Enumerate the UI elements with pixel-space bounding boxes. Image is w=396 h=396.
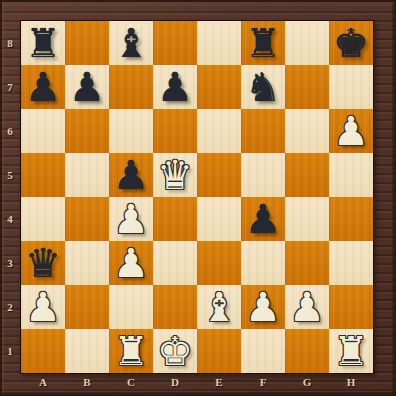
square-f5[interactable] (241, 153, 285, 197)
square-c7[interactable] (109, 65, 153, 109)
piece-black-pawn[interactable]: ♟ (109, 153, 153, 197)
piece-white-queen[interactable]: ♛ (153, 153, 197, 197)
file-label-h: H (329, 373, 373, 395)
square-d6[interactable] (153, 109, 197, 153)
piece-white-rook[interactable]: ♜ (329, 329, 373, 373)
square-d2[interactable] (153, 285, 197, 329)
piece-white-pawn[interactable]: ♟ (21, 285, 65, 329)
square-g7[interactable] (285, 65, 329, 109)
square-h3[interactable] (329, 241, 373, 285)
square-g8[interactable] (285, 21, 329, 65)
square-e5[interactable] (197, 153, 241, 197)
rank-label-4: 4 (0, 197, 20, 241)
square-c6[interactable] (109, 109, 153, 153)
file-label-b: B (65, 373, 109, 395)
piece-black-pawn[interactable]: ♟ (21, 65, 65, 109)
square-d4[interactable] (153, 197, 197, 241)
square-g3[interactable] (285, 241, 329, 285)
rank-label-8: 8 (0, 21, 20, 65)
square-f3[interactable] (241, 241, 285, 285)
square-f7[interactable]: ♞ (241, 65, 285, 109)
piece-black-pawn[interactable]: ♟ (153, 65, 197, 109)
square-c2[interactable] (109, 285, 153, 329)
square-g4[interactable] (285, 197, 329, 241)
rank-labels: 87654321 (0, 21, 20, 373)
square-f8[interactable]: ♜ (241, 21, 285, 65)
square-f1[interactable] (241, 329, 285, 373)
rank-label-2: 2 (0, 285, 20, 329)
square-c3[interactable]: ♟ (109, 241, 153, 285)
square-e7[interactable] (197, 65, 241, 109)
chess-board[interactable]: ♜♝♜♚♟♟♟♞♟♟♛♟♟♛♟♟♝♟♟♜♚♜ (20, 20, 374, 374)
square-b5[interactable] (65, 153, 109, 197)
square-g6[interactable] (285, 109, 329, 153)
square-d8[interactable] (153, 21, 197, 65)
rank-label-5: 5 (0, 153, 20, 197)
square-a4[interactable] (21, 197, 65, 241)
square-e2[interactable]: ♝ (197, 285, 241, 329)
square-e1[interactable] (197, 329, 241, 373)
piece-white-pawn[interactable]: ♟ (109, 241, 153, 285)
file-labels: ABCDEFGH (21, 373, 373, 395)
square-e6[interactable] (197, 109, 241, 153)
square-b1[interactable] (65, 329, 109, 373)
piece-white-king[interactable]: ♚ (153, 329, 197, 373)
square-a2[interactable]: ♟ (21, 285, 65, 329)
square-a8[interactable]: ♜ (21, 21, 65, 65)
file-label-g: G (285, 373, 329, 395)
file-label-a: A (21, 373, 65, 395)
piece-black-rook[interactable]: ♜ (21, 21, 65, 65)
square-h7[interactable] (329, 65, 373, 109)
piece-white-pawn[interactable]: ♟ (329, 109, 373, 153)
square-a1[interactable] (21, 329, 65, 373)
piece-white-pawn[interactable]: ♟ (241, 285, 285, 329)
square-d1[interactable]: ♚ (153, 329, 197, 373)
square-h2[interactable] (329, 285, 373, 329)
piece-black-bishop[interactable]: ♝ (109, 21, 153, 65)
square-b2[interactable] (65, 285, 109, 329)
piece-white-rook[interactable]: ♜ (109, 329, 153, 373)
square-b4[interactable] (65, 197, 109, 241)
piece-white-pawn[interactable]: ♟ (109, 197, 153, 241)
square-a3[interactable]: ♛ (21, 241, 65, 285)
square-h5[interactable] (329, 153, 373, 197)
square-c5[interactable]: ♟ (109, 153, 153, 197)
square-e8[interactable] (197, 21, 241, 65)
square-c4[interactable]: ♟ (109, 197, 153, 241)
file-label-f: F (241, 373, 285, 395)
file-label-d: D (153, 373, 197, 395)
piece-black-knight[interactable]: ♞ (241, 65, 285, 109)
square-b7[interactable]: ♟ (65, 65, 109, 109)
piece-black-queen[interactable]: ♛ (21, 241, 65, 285)
square-e3[interactable] (197, 241, 241, 285)
rank-label-1: 1 (0, 329, 20, 373)
square-g2[interactable]: ♟ (285, 285, 329, 329)
piece-white-pawn[interactable]: ♟ (285, 285, 329, 329)
rank-label-6: 6 (0, 109, 20, 153)
piece-white-bishop[interactable]: ♝ (197, 285, 241, 329)
file-label-e: E (197, 373, 241, 395)
piece-black-pawn[interactable]: ♟ (241, 197, 285, 241)
square-c8[interactable]: ♝ (109, 21, 153, 65)
square-d7[interactable]: ♟ (153, 65, 197, 109)
square-f6[interactable] (241, 109, 285, 153)
square-a6[interactable] (21, 109, 65, 153)
square-b3[interactable] (65, 241, 109, 285)
square-e4[interactable] (197, 197, 241, 241)
square-f2[interactable]: ♟ (241, 285, 285, 329)
rank-label-3: 3 (0, 241, 20, 285)
square-d5[interactable]: ♛ (153, 153, 197, 197)
rank-label-7: 7 (0, 65, 20, 109)
piece-black-king[interactable]: ♚ (329, 21, 373, 65)
square-h6[interactable]: ♟ (329, 109, 373, 153)
piece-black-rook[interactable]: ♜ (241, 21, 285, 65)
chess-board-window: 87654321 ♜♝♜♚♟♟♟♞♟♟♛♟♟♛♟♟♝♟♟♜♚♜ ABCDEFGH (0, 0, 396, 396)
file-label-c: C (109, 373, 153, 395)
square-b8[interactable] (65, 21, 109, 65)
square-h1[interactable]: ♜ (329, 329, 373, 373)
square-h4[interactable] (329, 197, 373, 241)
square-g1[interactable] (285, 329, 329, 373)
square-g5[interactable] (285, 153, 329, 197)
square-f4[interactable]: ♟ (241, 197, 285, 241)
square-h8[interactable]: ♚ (329, 21, 373, 65)
square-a7[interactable]: ♟ (21, 65, 65, 109)
square-c1[interactable]: ♜ (109, 329, 153, 373)
square-d3[interactable] (153, 241, 197, 285)
piece-black-pawn[interactable]: ♟ (65, 65, 109, 109)
square-a5[interactable] (21, 153, 65, 197)
square-b6[interactable] (65, 109, 109, 153)
